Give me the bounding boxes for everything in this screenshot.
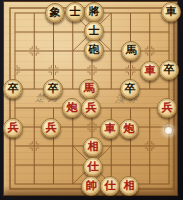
piece-black-soldier[interactable]: 卒 xyxy=(43,79,63,99)
piece-red-cannon[interactable]: 炮 xyxy=(62,98,82,118)
piece-black-soldier[interactable]: 卒 xyxy=(3,79,23,99)
piece-black-chariot[interactable]: 車 xyxy=(161,2,181,22)
piece-red-soldier[interactable]: 兵 xyxy=(157,98,177,118)
piece-red-advisor[interactable]: 仕 xyxy=(100,176,120,196)
piece-red-soldier[interactable]: 兵 xyxy=(81,98,101,118)
piece-red-chariot[interactable]: 車 xyxy=(100,119,120,139)
piece-black-soldier[interactable]: 卒 xyxy=(159,60,179,80)
piece-red-general[interactable]: 帥 xyxy=(81,176,101,196)
piece-red-advisor[interactable]: 仕 xyxy=(83,157,103,177)
piece-red-soldier[interactable]: 兵 xyxy=(3,118,23,138)
piece-black-advisor[interactable]: 士 xyxy=(65,2,85,22)
piece-red-horse[interactable]: 馬 xyxy=(79,79,99,99)
piece-black-advisor[interactable]: 士 xyxy=(84,21,104,41)
move-indicator-dot[interactable] xyxy=(164,126,173,135)
piece-red-elephant[interactable]: 相 xyxy=(83,137,103,157)
piece-red-soldier[interactable]: 兵 xyxy=(41,118,61,138)
piece-red-cannon[interactable]: 炮 xyxy=(119,119,139,139)
piece-black-elephant[interactable]: 象 xyxy=(45,3,65,23)
piece-black-cannon[interactable]: 砲 xyxy=(84,40,104,60)
piece-black-general[interactable]: 將 xyxy=(84,2,104,22)
xiangqi-app: 楚河 漢界 象士將車士砲馬車卒卒卒馬卒炮兵兵兵兵車炮相仕帥仕相 xyxy=(0,0,183,200)
piece-black-horse[interactable]: 馬 xyxy=(121,41,141,61)
piece-red-elephant[interactable]: 相 xyxy=(119,176,139,196)
piece-red-chariot[interactable]: 車 xyxy=(140,61,160,81)
piece-black-soldier[interactable]: 卒 xyxy=(120,79,140,99)
